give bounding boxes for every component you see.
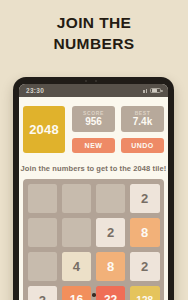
app-screen: 23:30 2048 SCORE 956 BEST 7.4k xyxy=(19,84,168,300)
headline: JOIN THE NUMBERS xyxy=(0,12,188,54)
tile-128: 128 xyxy=(130,286,160,300)
board[interactable]: 22848221632128 xyxy=(23,179,164,300)
empty-cell xyxy=(28,218,58,248)
tile-4: 4 xyxy=(62,252,92,282)
tablet-frame: 23:30 2048 SCORE 956 BEST 7.4k xyxy=(13,77,174,300)
tile-32: 32 xyxy=(96,286,126,300)
score-box: SCORE 956 xyxy=(72,106,115,132)
battery-icon xyxy=(150,88,161,94)
empty-cell xyxy=(28,252,58,282)
tile-2: 2 xyxy=(28,286,58,300)
undo-button[interactable]: UNDO xyxy=(121,138,164,153)
signal-icon xyxy=(143,89,147,93)
tile-8: 8 xyxy=(96,252,126,282)
tagline: Join the numbers to get to the 2048 tile… xyxy=(19,164,168,173)
promo-screenshot: { "game": "2048", "position": { "rows": … xyxy=(0,0,188,300)
score-value: 956 xyxy=(85,116,102,127)
sensor-dot-icon xyxy=(95,80,97,82)
new-game-button[interactable]: NEW xyxy=(72,138,115,153)
empty-cell xyxy=(62,184,92,214)
tile-2: 2 xyxy=(96,218,126,248)
headline-line1: JOIN THE xyxy=(0,12,188,33)
logo-tile-2048: 2048 xyxy=(23,106,65,153)
game-header: 2048 SCORE 956 BEST 7.4k NEW UNDO xyxy=(23,106,164,153)
status-time: 23:30 xyxy=(26,87,44,94)
best-box: BEST 7.4k xyxy=(121,106,164,132)
tile-8: 8 xyxy=(130,218,160,248)
tile-2: 2 xyxy=(130,184,160,214)
empty-cell xyxy=(96,184,126,214)
empty-cell xyxy=(62,218,92,248)
headline-line2: NUMBERS xyxy=(0,33,188,54)
camera-icon xyxy=(85,80,87,82)
tile-2: 2 xyxy=(130,252,160,282)
touch-pointer-dot xyxy=(92,293,96,297)
empty-cell xyxy=(28,184,58,214)
status-bar: 23:30 xyxy=(19,84,168,97)
tile-16: 16 xyxy=(62,286,92,300)
status-icons xyxy=(143,88,161,94)
best-value: 7.4k xyxy=(133,116,152,127)
